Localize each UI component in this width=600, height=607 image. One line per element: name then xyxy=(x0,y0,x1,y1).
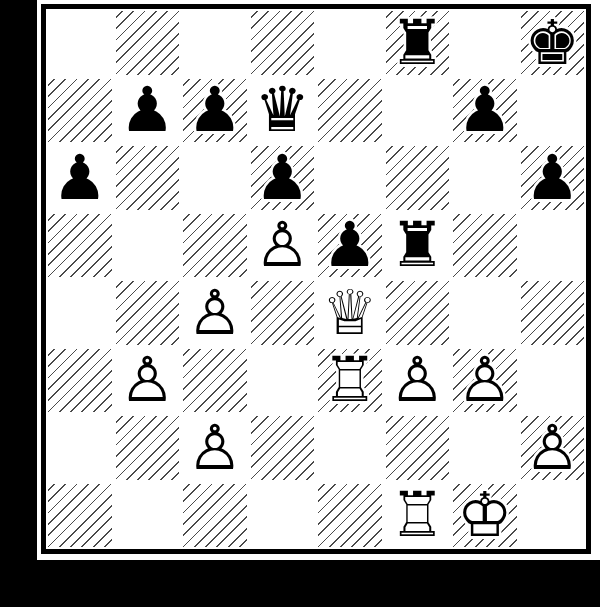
square-c3[interactable] xyxy=(181,347,249,415)
square-f8[interactable]: ♜♜ xyxy=(384,9,452,77)
piece-glyph: ♙ xyxy=(457,349,513,411)
piece-glyph: ♚ xyxy=(524,12,580,74)
piece-black-pawn: ♟♟ xyxy=(451,77,519,145)
square-g8[interactable] xyxy=(451,9,519,77)
piece-white-rook: ♜♖ xyxy=(384,482,452,550)
square-d4[interactable] xyxy=(249,279,317,347)
square-c6[interactable] xyxy=(181,144,249,212)
square-g4[interactable] xyxy=(451,279,519,347)
piece-white-pawn: ♟♙ xyxy=(519,414,587,482)
square-e5[interactable]: ♟♟ xyxy=(316,212,384,280)
square-d3[interactable] xyxy=(249,347,317,415)
square-e2[interactable] xyxy=(316,414,384,482)
piece-glyph: ♟ xyxy=(322,214,378,276)
piece-glyph: ♟ xyxy=(254,147,310,209)
piece-glyph: ♙ xyxy=(389,349,445,411)
piece-white-pawn: ♟♙ xyxy=(181,279,249,347)
square-a8[interactable] xyxy=(46,9,114,77)
piece-glyph: ♜ xyxy=(389,12,445,74)
piece-white-pawn: ♟♙ xyxy=(451,347,519,415)
square-a1[interactable] xyxy=(46,482,114,550)
square-e8[interactable] xyxy=(316,9,384,77)
square-g2[interactable] xyxy=(451,414,519,482)
square-b3[interactable]: ♟♙ xyxy=(114,347,182,415)
square-g6[interactable] xyxy=(451,144,519,212)
square-f7[interactable] xyxy=(384,77,452,145)
square-c8[interactable] xyxy=(181,9,249,77)
square-g5[interactable] xyxy=(451,212,519,280)
square-a2[interactable] xyxy=(46,414,114,482)
square-b4[interactable] xyxy=(114,279,182,347)
square-h8[interactable]: ♚♚ xyxy=(519,9,587,77)
square-e4[interactable]: ♛♕ xyxy=(316,279,384,347)
square-h7[interactable] xyxy=(519,77,587,145)
piece-white-pawn: ♟♙ xyxy=(384,347,452,415)
square-b1[interactable] xyxy=(114,482,182,550)
square-h3[interactable] xyxy=(519,347,587,415)
piece-black-pawn: ♟♟ xyxy=(316,212,384,280)
square-f5[interactable]: ♜♜ xyxy=(384,212,452,280)
square-c2[interactable]: ♟♙ xyxy=(181,414,249,482)
piece-glyph: ♔ xyxy=(457,484,513,546)
piece-glyph: ♖ xyxy=(389,484,445,546)
square-e1[interactable] xyxy=(316,482,384,550)
square-d6[interactable]: ♟♟ xyxy=(249,144,317,212)
piece-black-rook: ♜♜ xyxy=(384,212,452,280)
square-d8[interactable] xyxy=(249,9,317,77)
piece-white-pawn: ♟♙ xyxy=(249,212,317,280)
square-f1[interactable]: ♜♖ xyxy=(384,482,452,550)
piece-glyph: ♕ xyxy=(322,282,378,344)
piece-glyph: ♙ xyxy=(524,417,580,479)
piece-glyph: ♙ xyxy=(119,349,175,411)
chess-board-frame: ♜♜♚♚♟♟♟♟♛♛♟♟♟♟♟♟♟♟♟♙♟♟♜♜♟♙♛♕♟♙♜♖♟♙♟♙♟♙♟♙… xyxy=(41,4,591,554)
piece-white-queen: ♛♕ xyxy=(316,279,384,347)
piece-glyph: ♟ xyxy=(524,147,580,209)
piece-white-pawn: ♟♙ xyxy=(114,347,182,415)
piece-glyph: ♙ xyxy=(254,214,310,276)
square-g3[interactable]: ♟♙ xyxy=(451,347,519,415)
square-h2[interactable]: ♟♙ xyxy=(519,414,587,482)
square-b7[interactable]: ♟♟ xyxy=(114,77,182,145)
bottom-margin-strip xyxy=(0,560,600,607)
square-f4[interactable] xyxy=(384,279,452,347)
piece-black-queen: ♛♛ xyxy=(249,77,317,145)
left-margin-strip xyxy=(0,0,37,607)
piece-white-rook: ♜♖ xyxy=(316,347,384,415)
square-d7[interactable]: ♛♛ xyxy=(249,77,317,145)
square-f3[interactable]: ♟♙ xyxy=(384,347,452,415)
square-c7[interactable]: ♟♟ xyxy=(181,77,249,145)
square-d2[interactable] xyxy=(249,414,317,482)
square-e3[interactable]: ♜♖ xyxy=(316,347,384,415)
piece-glyph: ♛ xyxy=(254,79,310,141)
square-b5[interactable] xyxy=(114,212,182,280)
piece-glyph: ♟ xyxy=(457,79,513,141)
square-d5[interactable]: ♟♙ xyxy=(249,212,317,280)
square-h4[interactable] xyxy=(519,279,587,347)
square-e7[interactable] xyxy=(316,77,384,145)
square-b2[interactable] xyxy=(114,414,182,482)
square-d1[interactable] xyxy=(249,482,317,550)
square-b6[interactable] xyxy=(114,144,182,212)
square-e6[interactable] xyxy=(316,144,384,212)
square-f6[interactable] xyxy=(384,144,452,212)
piece-glyph: ♙ xyxy=(187,282,243,344)
piece-black-king: ♚♚ xyxy=(519,9,587,77)
square-f2[interactable] xyxy=(384,414,452,482)
piece-glyph: ♟ xyxy=(52,147,108,209)
piece-glyph: ♙ xyxy=(187,417,243,479)
piece-black-rook: ♜♜ xyxy=(384,9,452,77)
square-c5[interactable] xyxy=(181,212,249,280)
board-grid: ♜♜♚♚♟♟♟♟♛♛♟♟♟♟♟♟♟♟♟♙♟♟♜♜♟♙♛♕♟♙♜♖♟♙♟♙♟♙♟♙… xyxy=(46,9,586,549)
square-c4[interactable]: ♟♙ xyxy=(181,279,249,347)
square-a3[interactable] xyxy=(46,347,114,415)
square-g1[interactable]: ♚♔ xyxy=(451,482,519,550)
square-a5[interactable] xyxy=(46,212,114,280)
piece-glyph: ♟ xyxy=(119,79,175,141)
piece-glyph: ♖ xyxy=(322,349,378,411)
piece-white-pawn: ♟♙ xyxy=(181,414,249,482)
piece-glyph: ♟ xyxy=(187,79,243,141)
piece-black-pawn: ♟♟ xyxy=(46,144,114,212)
piece-black-pawn: ♟♟ xyxy=(519,144,587,212)
square-h5[interactable] xyxy=(519,212,587,280)
square-b8[interactable] xyxy=(114,9,182,77)
square-c1[interactable] xyxy=(181,482,249,550)
square-a4[interactable] xyxy=(46,279,114,347)
square-a7[interactable] xyxy=(46,77,114,145)
square-g7[interactable]: ♟♟ xyxy=(451,77,519,145)
piece-white-king: ♚♔ xyxy=(451,482,519,550)
square-h6[interactable]: ♟♟ xyxy=(519,144,587,212)
piece-black-pawn: ♟♟ xyxy=(181,77,249,145)
square-a6[interactable]: ♟♟ xyxy=(46,144,114,212)
piece-black-pawn: ♟♟ xyxy=(249,144,317,212)
piece-black-pawn: ♟♟ xyxy=(114,77,182,145)
piece-glyph: ♜ xyxy=(389,214,445,276)
square-h1[interactable] xyxy=(519,482,587,550)
